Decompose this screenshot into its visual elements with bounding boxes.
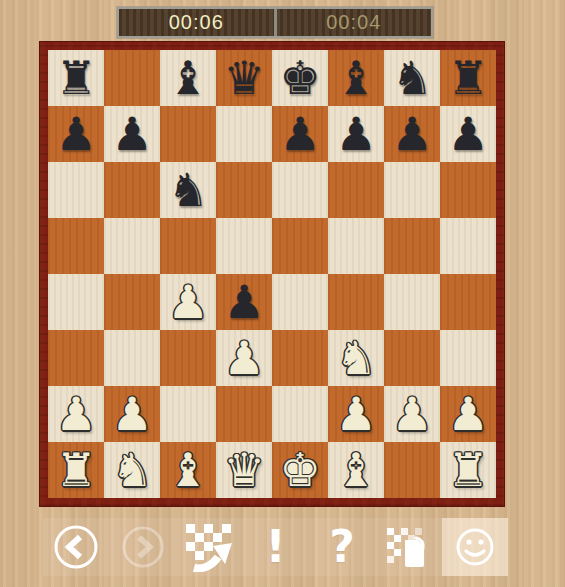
square-g3[interactable] — [384, 330, 440, 386]
white-pawn-c4[interactable]: ♟ — [160, 274, 216, 330]
square-h2[interactable]: ♟ — [440, 386, 496, 442]
resume-from-position-button[interactable] — [176, 518, 242, 576]
square-c8[interactable]: ♝ — [160, 50, 216, 106]
square-c4[interactable]: ♟ — [160, 274, 216, 330]
square-d6[interactable] — [216, 162, 272, 218]
white-rook-h1[interactable]: ♜ — [440, 442, 496, 498]
black-bishop-f8[interactable]: ♝ — [328, 50, 384, 106]
toolbar: ! ? — [43, 518, 508, 576]
white-clock: 00:06 — [119, 9, 274, 36]
white-knight-f3[interactable]: ♞ — [328, 330, 384, 386]
square-a3[interactable] — [48, 330, 104, 386]
copy-position-button[interactable] — [375, 518, 441, 576]
square-d4[interactable]: ♟ — [216, 274, 272, 330]
help-button[interactable]: ? — [309, 518, 375, 576]
black-pawn-g7[interactable]: ♟ — [384, 106, 440, 162]
black-bishop-c8[interactable]: ♝ — [160, 50, 216, 106]
square-b3[interactable] — [104, 330, 160, 386]
square-e3[interactable] — [272, 330, 328, 386]
square-f6[interactable] — [328, 162, 384, 218]
square-g2[interactable]: ♟ — [384, 386, 440, 442]
black-clock: 00:04 — [277, 9, 432, 36]
black-pawn-b7[interactable]: ♟ — [104, 106, 160, 162]
square-c6[interactable]: ♞ — [160, 162, 216, 218]
white-pawn-b2[interactable]: ♟ — [104, 386, 160, 442]
square-d8[interactable]: ♛ — [216, 50, 272, 106]
square-a4[interactable] — [48, 274, 104, 330]
app-background: 00:06 00:04 ♜♝♛♚♝♞♜♟♟♟♟♟♟♞♟♟♟♞♟♟♟♟♟♜♞♝♛♚… — [0, 0, 565, 587]
square-f5[interactable] — [328, 218, 384, 274]
back-button[interactable] — [43, 518, 109, 576]
square-f8[interactable]: ♝ — [328, 50, 384, 106]
square-b4[interactable] — [104, 274, 160, 330]
white-queen-d1[interactable]: ♛ — [216, 442, 272, 498]
square-a7[interactable]: ♟ — [48, 106, 104, 162]
white-pawn-a2[interactable]: ♟ — [48, 386, 104, 442]
square-b1[interactable]: ♞ — [104, 442, 160, 498]
square-h8[interactable]: ♜ — [440, 50, 496, 106]
square-a8[interactable]: ♜ — [48, 50, 104, 106]
black-knight-g8[interactable]: ♞ — [384, 50, 440, 106]
square-d2[interactable] — [216, 386, 272, 442]
square-b6[interactable] — [104, 162, 160, 218]
square-e2[interactable] — [272, 386, 328, 442]
black-pawn-a7[interactable]: ♟ — [48, 106, 104, 162]
clock-bar: 00:06 00:04 — [117, 7, 433, 38]
square-g5[interactable] — [384, 218, 440, 274]
square-e6[interactable] — [272, 162, 328, 218]
square-d7[interactable] — [216, 106, 272, 162]
feedback-smiley-button[interactable] — [442, 518, 508, 576]
checkerboard-document-icon — [385, 524, 431, 570]
black-king-e8[interactable]: ♚ — [272, 50, 328, 106]
black-rook-h8[interactable]: ♜ — [440, 50, 496, 106]
square-g8[interactable]: ♞ — [384, 50, 440, 106]
square-d3[interactable]: ♟ — [216, 330, 272, 386]
smiley-icon — [454, 526, 496, 568]
square-h6[interactable] — [440, 162, 496, 218]
white-rook-a1[interactable]: ♜ — [48, 442, 104, 498]
black-queen-d8[interactable]: ♛ — [216, 50, 272, 106]
black-knight-c6[interactable]: ♞ — [160, 162, 216, 218]
white-pawn-g2[interactable]: ♟ — [384, 386, 440, 442]
square-e5[interactable] — [272, 218, 328, 274]
checkerboard-arrow-icon — [184, 522, 234, 572]
square-g1[interactable] — [384, 442, 440, 498]
square-g6[interactable] — [384, 162, 440, 218]
black-pawn-h7[interactable]: ♟ — [440, 106, 496, 162]
square-d1[interactable]: ♛ — [216, 442, 272, 498]
square-c1[interactable]: ♝ — [160, 442, 216, 498]
square-e4[interactable] — [272, 274, 328, 330]
square-c2[interactable] — [160, 386, 216, 442]
chess-board: ♜♝♛♚♝♞♜♟♟♟♟♟♟♞♟♟♟♞♟♟♟♟♟♜♞♝♛♚♝♜ — [40, 42, 504, 506]
square-b5[interactable] — [104, 218, 160, 274]
square-a2[interactable]: ♟ — [48, 386, 104, 442]
square-g7[interactable]: ♟ — [384, 106, 440, 162]
white-bishop-c1[interactable]: ♝ — [160, 442, 216, 498]
square-f2[interactable]: ♟ — [328, 386, 384, 442]
square-b8[interactable] — [104, 50, 160, 106]
white-knight-b1[interactable]: ♞ — [104, 442, 160, 498]
square-d5[interactable] — [216, 218, 272, 274]
white-bishop-f1[interactable]: ♝ — [328, 442, 384, 498]
square-h3[interactable] — [440, 330, 496, 386]
square-h7[interactable]: ♟ — [440, 106, 496, 162]
square-g4[interactable] — [384, 274, 440, 330]
square-c3[interactable] — [160, 330, 216, 386]
square-h1[interactable]: ♜ — [440, 442, 496, 498]
question-icon: ? — [329, 525, 355, 569]
chevron-left-circle-icon — [53, 524, 99, 570]
square-b2[interactable]: ♟ — [104, 386, 160, 442]
black-pawn-e7[interactable]: ♟ — [272, 106, 328, 162]
square-c7[interactable] — [160, 106, 216, 162]
square-e1[interactable]: ♚ — [272, 442, 328, 498]
square-a1[interactable]: ♜ — [48, 442, 104, 498]
square-a6[interactable] — [48, 162, 104, 218]
square-f4[interactable] — [328, 274, 384, 330]
white-king-e1[interactable]: ♚ — [272, 442, 328, 498]
square-f1[interactable]: ♝ — [328, 442, 384, 498]
square-e8[interactable]: ♚ — [272, 50, 328, 106]
square-h4[interactable] — [440, 274, 496, 330]
black-pawn-f7[interactable]: ♟ — [328, 106, 384, 162]
white-pawn-h2[interactable]: ♟ — [440, 386, 496, 442]
forward-button[interactable] — [109, 518, 175, 576]
black-pawn-d4[interactable]: ♟ — [216, 274, 272, 330]
square-e7[interactable]: ♟ — [272, 106, 328, 162]
square-f3[interactable]: ♞ — [328, 330, 384, 386]
chevron-right-circle-icon — [121, 525, 165, 569]
exclamation-icon: ! — [265, 525, 285, 569]
square-b7[interactable]: ♟ — [104, 106, 160, 162]
square-a5[interactable] — [48, 218, 104, 274]
white-pawn-f2[interactable]: ♟ — [328, 386, 384, 442]
black-rook-a8[interactable]: ♜ — [48, 50, 104, 106]
hint-button[interactable]: ! — [242, 518, 308, 576]
white-pawn-d3[interactable]: ♟ — [216, 330, 272, 386]
square-f7[interactable]: ♟ — [328, 106, 384, 162]
square-h5[interactable] — [440, 218, 496, 274]
square-c5[interactable] — [160, 218, 216, 274]
